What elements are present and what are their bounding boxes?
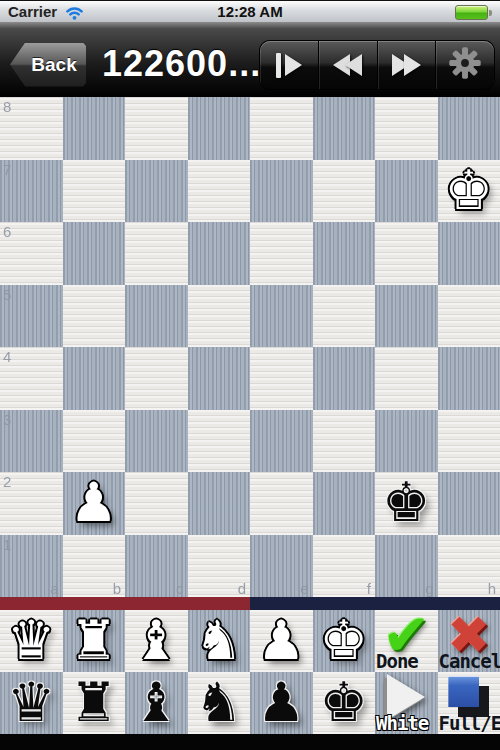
white-pawn: ♟ — [63, 472, 126, 535]
board-square-c2[interactable] — [125, 472, 188, 535]
palette-black-bishop-glyph: ♝ — [125, 672, 188, 734]
board-square-d7[interactable] — [188, 160, 251, 223]
page-title: 122600... — [102, 43, 261, 85]
board-square-e7[interactable] — [250, 160, 313, 223]
board-square-d4[interactable] — [188, 347, 251, 410]
palette-white-pawn[interactable]: ♟ — [250, 610, 313, 672]
board-square-c4[interactable] — [125, 347, 188, 410]
palette-black-pawn-glyph: ♟ — [250, 672, 313, 734]
palette-white-king-glyph: ♚ — [313, 610, 376, 672]
board-square-a5[interactable]: 5 — [0, 285, 63, 348]
board-square-a1[interactable]: 1a — [0, 535, 63, 598]
board-square-b1[interactable]: b — [63, 535, 126, 598]
board-square-f5[interactable] — [313, 285, 376, 348]
file-label: h — [488, 580, 496, 597]
board-square-f4[interactable] — [313, 347, 376, 410]
board-square-e1[interactable]: e — [250, 535, 313, 598]
board-square-a3[interactable]: 3 — [0, 410, 63, 473]
board-square-h6[interactable] — [438, 222, 500, 285]
file-label: a — [50, 580, 58, 597]
board-square-h1[interactable]: h — [438, 535, 500, 598]
rank-label: 6 — [3, 223, 11, 240]
palette-white-king[interactable]: ♚ — [313, 610, 376, 672]
palette-black-king[interactable]: ♚ — [313, 672, 376, 734]
board-square-e6[interactable] — [250, 222, 313, 285]
palette-black-knight[interactable]: ♞ — [188, 672, 251, 734]
file-label: d — [238, 580, 246, 597]
side-to-move-button[interactable]: White — [375, 672, 438, 734]
board-square-d8[interactable] — [188, 97, 251, 160]
palette-black-rook-glyph: ♜ — [63, 672, 126, 734]
step-forward-button[interactable] — [260, 41, 319, 89]
board-square-b4[interactable] — [63, 347, 126, 410]
board-square-h5[interactable] — [438, 285, 500, 348]
palette-white-pawn-glyph: ♟ — [250, 610, 313, 672]
side-to-move-button-label: White — [376, 712, 438, 734]
board-square-d2[interactable] — [188, 472, 251, 535]
board-square-d3[interactable] — [188, 410, 251, 473]
palette-black-knight-glyph: ♞ — [188, 672, 251, 734]
board-square-h7[interactable]: ♚ — [438, 160, 500, 223]
navigation-bar: Back 122600... — [0, 22, 500, 97]
board-square-g2[interactable]: ♚ — [375, 472, 438, 535]
board-square-h2[interactable] — [438, 472, 500, 535]
file-label: f — [367, 580, 371, 597]
board-square-e2[interactable] — [250, 472, 313, 535]
rank-label: 8 — [3, 98, 11, 115]
palette-white-rook-glyph: ♜ — [63, 610, 126, 672]
full-empty-button-label: Full/E — [439, 712, 500, 734]
board-square-h4[interactable] — [438, 347, 500, 410]
board-square-e5[interactable] — [250, 285, 313, 348]
step-forward-icon — [276, 53, 281, 78]
board-square-a8[interactable]: 8 — [0, 97, 63, 160]
palette-white-queen[interactable]: ♛ — [0, 610, 63, 672]
rewind-button[interactable] — [319, 41, 378, 89]
board-square-c5[interactable] — [125, 285, 188, 348]
palette-white-knight-glyph: ♞ — [188, 610, 251, 672]
black-king: ♚ — [375, 472, 438, 535]
board-square-b5[interactable] — [63, 285, 126, 348]
board-square-f8[interactable] — [313, 97, 376, 160]
rank-label: 3 — [3, 411, 11, 428]
board-square-g8[interactable] — [375, 97, 438, 160]
cancel-button-label: Cancel — [439, 650, 500, 672]
board-square-d5[interactable] — [188, 285, 251, 348]
board-square-g4[interactable] — [375, 347, 438, 410]
back-button[interactable]: Back — [10, 43, 86, 87]
rank-label: 2 — [3, 473, 11, 490]
board-square-f6[interactable] — [313, 222, 376, 285]
board-square-d1[interactable]: d — [188, 535, 251, 598]
done-button-label: Done — [376, 650, 438, 672]
palette-white-knight[interactable]: ♞ — [188, 610, 251, 672]
palette-white-rook[interactable]: ♜ — [63, 610, 126, 672]
clock: 12:28 AM — [0, 3, 500, 20]
board-square-g3[interactable] — [375, 410, 438, 473]
palette-black-bishop[interactable]: ♝ — [125, 672, 188, 734]
file-label: e — [300, 580, 308, 597]
board-square-f2[interactable] — [313, 472, 376, 535]
board-square-h3[interactable] — [438, 410, 500, 473]
board-square-b8[interactable] — [63, 97, 126, 160]
done-button[interactable]: ✔Done — [375, 610, 438, 672]
palette-black-pawn[interactable]: ♟ — [250, 672, 313, 734]
board-square-c1[interactable]: c — [125, 535, 188, 598]
fast-forward-button[interactable] — [378, 41, 437, 89]
rank-label: 1 — [3, 536, 11, 553]
file-label: b — [113, 580, 121, 597]
board-square-g6[interactable] — [375, 222, 438, 285]
white-king: ♚ — [438, 160, 500, 223]
board-square-d6[interactable] — [188, 222, 251, 285]
rank-label: 5 — [3, 286, 11, 303]
board-square-e8[interactable] — [250, 97, 313, 160]
board-square-a7[interactable]: 7 — [0, 160, 63, 223]
board-square-a2[interactable]: 2 — [0, 472, 63, 535]
board-square-a4[interactable]: 4 — [0, 347, 63, 410]
board-square-e4[interactable] — [250, 347, 313, 410]
piece-palette: ♛♜♝♞♟♚✔Done✖Cancel♛♜♝♞♟♚WhiteFull/E — [0, 610, 500, 734]
board-square-f7[interactable] — [313, 160, 376, 223]
app-screen: Carrier 12:28 AM Back 122600... — [0, 0, 500, 750]
board-square-e3[interactable] — [250, 410, 313, 473]
board-square-b6[interactable] — [63, 222, 126, 285]
board-square-f3[interactable] — [313, 410, 376, 473]
back-button-label: Back — [31, 54, 76, 76]
board-square-c6[interactable] — [125, 222, 188, 285]
board-square-c7[interactable] — [125, 160, 188, 223]
board-square-g7[interactable] — [375, 160, 438, 223]
battery-icon — [455, 5, 492, 20]
palette-white-bishop[interactable]: ♝ — [125, 610, 188, 672]
bottom-strip — [0, 734, 500, 750]
palette-black-rook[interactable]: ♜ — [63, 672, 126, 734]
board-square-a6[interactable]: 6 — [0, 222, 63, 285]
settings-button[interactable] — [436, 41, 494, 89]
palette-white-queen-glyph: ♛ — [0, 610, 63, 672]
gear-icon — [448, 46, 482, 84]
status-bar: Carrier 12:28 AM — [0, 0, 500, 22]
board-square-c8[interactable] — [125, 97, 188, 160]
board-square-c3[interactable] — [125, 410, 188, 473]
playback-controls — [260, 41, 494, 89]
board-square-h8[interactable] — [438, 97, 500, 160]
board-square-g1[interactable]: g — [375, 535, 438, 598]
board-square-g5[interactable] — [375, 285, 438, 348]
fast-forward-icon — [392, 54, 421, 76]
rank-label: 7 — [3, 161, 11, 178]
rewind-icon — [333, 54, 362, 76]
palette-white-bishop-glyph: ♝ — [125, 610, 188, 672]
board-square-f1[interactable]: f — [313, 535, 376, 598]
palette-black-king-glyph: ♚ — [313, 672, 376, 734]
board-square-b2[interactable]: ♟ — [63, 472, 126, 535]
file-label: g — [425, 580, 433, 597]
board-square-b7[interactable] — [63, 160, 126, 223]
file-label: c — [176, 580, 184, 597]
chess-board: 87♚65432♟♚1abcdefgh — [0, 97, 500, 597]
full-empty-button[interactable]: Full/E — [438, 672, 500, 734]
palette-black-queen[interactable]: ♛ — [0, 672, 63, 734]
cancel-button[interactable]: ✖Cancel — [438, 610, 500, 672]
palette-black-queen-glyph: ♛ — [0, 672, 63, 734]
rank-label: 4 — [3, 348, 11, 365]
board-square-b3[interactable] — [63, 410, 126, 473]
